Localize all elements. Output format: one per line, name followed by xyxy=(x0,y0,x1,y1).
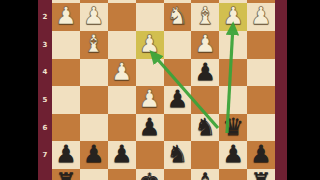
square-a8[interactable] xyxy=(247,169,275,180)
rank-label-4: 4 xyxy=(38,67,52,77)
square-e6[interactable] xyxy=(136,114,164,142)
square-c4[interactable] xyxy=(191,59,219,87)
square-e3[interactable] xyxy=(136,31,164,59)
square-b3[interactable] xyxy=(219,31,247,59)
square-c5[interactable] xyxy=(191,86,219,114)
rank-label-6: 6 xyxy=(38,123,52,133)
square-g8[interactable] xyxy=(80,169,108,180)
square-b7[interactable] xyxy=(219,141,247,169)
square-a4[interactable] xyxy=(247,59,275,87)
rank-label-5: 5 xyxy=(38,95,52,105)
square-d3[interactable] xyxy=(164,31,192,59)
square-c7[interactable] xyxy=(191,141,219,169)
square-e5[interactable] xyxy=(136,86,164,114)
square-c2[interactable] xyxy=(191,3,219,31)
square-h3[interactable] xyxy=(52,31,80,59)
square-a2[interactable] xyxy=(247,3,275,31)
square-g6[interactable] xyxy=(80,114,108,142)
square-g7[interactable] xyxy=(80,141,108,169)
square-h8[interactable] xyxy=(52,169,80,180)
square-a3[interactable] xyxy=(247,31,275,59)
square-h2[interactable] xyxy=(52,3,80,31)
square-a7[interactable] xyxy=(247,141,275,169)
rank-label-7: 7 xyxy=(38,150,52,160)
rank-label-strip: 234567 xyxy=(38,0,52,180)
square-b8[interactable] xyxy=(219,169,247,180)
square-f6[interactable] xyxy=(108,114,136,142)
square-f3[interactable] xyxy=(108,31,136,59)
square-g5[interactable] xyxy=(80,86,108,114)
square-a6[interactable] xyxy=(247,114,275,142)
square-f2[interactable] xyxy=(108,3,136,31)
square-g4[interactable] xyxy=(80,59,108,87)
square-e4[interactable] xyxy=(136,59,164,87)
square-f4[interactable] xyxy=(108,59,136,87)
square-d6[interactable] xyxy=(164,114,192,142)
square-h7[interactable] xyxy=(52,141,80,169)
chess-thumbnail: 234567 ♜♞♚♛♜♟♟♞♝♟♟♝♟♟♟♟♟♟♟♞♛♟♟♟♞♟♟♜♚♝♜ xyxy=(0,0,320,180)
square-e8[interactable] xyxy=(136,169,164,180)
square-d2[interactable] xyxy=(164,3,192,31)
chess-board: ♜♞♚♛♜♟♟♞♝♟♟♝♟♟♟♟♟♟♟♞♛♟♟♟♞♟♟♜♚♝♜ xyxy=(52,0,275,180)
square-d4[interactable] xyxy=(164,59,192,87)
square-b6[interactable] xyxy=(219,114,247,142)
square-e7[interactable] xyxy=(136,141,164,169)
square-c8[interactable] xyxy=(191,169,219,180)
square-f8[interactable] xyxy=(108,169,136,180)
square-h6[interactable] xyxy=(52,114,80,142)
rank-label-2: 2 xyxy=(38,12,52,22)
square-d8[interactable] xyxy=(164,169,192,180)
square-f7[interactable] xyxy=(108,141,136,169)
square-c6[interactable] xyxy=(191,114,219,142)
square-b5[interactable] xyxy=(219,86,247,114)
square-b4[interactable] xyxy=(219,59,247,87)
square-c3[interactable] xyxy=(191,31,219,59)
square-h4[interactable] xyxy=(52,59,80,87)
square-a5[interactable] xyxy=(247,86,275,114)
square-d5[interactable] xyxy=(164,86,192,114)
rank-label-3: 3 xyxy=(38,40,52,50)
square-g3[interactable] xyxy=(80,31,108,59)
square-e2[interactable] xyxy=(136,3,164,31)
square-g2[interactable] xyxy=(80,3,108,31)
square-h5[interactable] xyxy=(52,86,80,114)
square-b2[interactable] xyxy=(219,3,247,31)
square-d7[interactable] xyxy=(164,141,192,169)
board-right-frame xyxy=(275,0,287,180)
square-f5[interactable] xyxy=(108,86,136,114)
